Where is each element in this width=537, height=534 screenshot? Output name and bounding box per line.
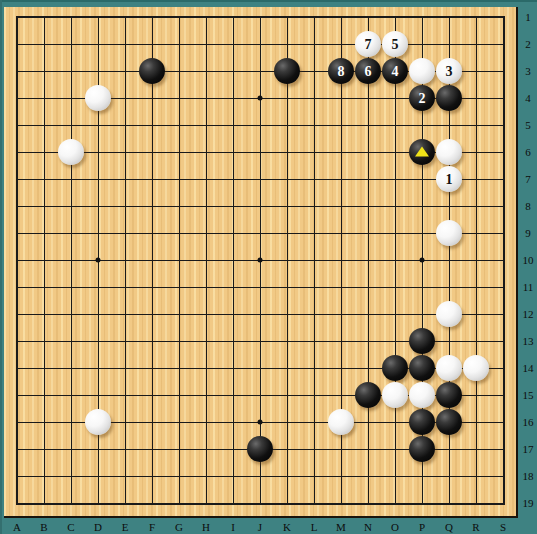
intersection-I16[interactable] [220,409,247,436]
intersection-B14[interactable] [31,355,58,382]
intersection-B16[interactable] [31,409,58,436]
intersection-D9[interactable] [85,220,112,247]
intersection-M5[interactable] [328,112,355,139]
intersection-H4[interactable] [193,85,220,112]
intersection-C7[interactable] [58,166,85,193]
intersection-B1[interactable] [31,4,58,31]
intersection-Q17[interactable] [436,436,463,463]
intersection-M19[interactable] [328,490,355,517]
intersection-N19[interactable] [355,490,382,517]
intersection-A13[interactable] [4,328,31,355]
intersection-E17[interactable] [112,436,139,463]
intersection-L2[interactable] [301,31,328,58]
intersection-O19[interactable] [382,490,409,517]
intersection-R2[interactable] [463,31,490,58]
intersection-D15[interactable] [85,382,112,409]
intersection-M2[interactable] [328,31,355,58]
intersection-J15[interactable] [247,382,274,409]
intersection-L18[interactable] [301,463,328,490]
intersection-E12[interactable] [112,301,139,328]
intersection-L16[interactable] [301,409,328,436]
intersection-G6[interactable] [166,139,193,166]
intersection-K6[interactable] [274,139,301,166]
intersection-R19[interactable] [463,490,490,517]
intersection-H19[interactable] [193,490,220,517]
intersection-P1[interactable] [409,4,436,31]
intersection-A7[interactable] [4,166,31,193]
intersection-M18[interactable] [328,463,355,490]
intersection-R3[interactable] [463,58,490,85]
intersection-G9[interactable] [166,220,193,247]
intersection-E1[interactable] [112,4,139,31]
intersection-I10[interactable] [220,247,247,274]
intersection-K5[interactable] [274,112,301,139]
intersection-S16[interactable] [490,409,517,436]
intersection-L11[interactable] [301,274,328,301]
intersection-L10[interactable] [301,247,328,274]
intersection-R12[interactable] [463,301,490,328]
intersection-G18[interactable] [166,463,193,490]
intersection-O16[interactable] [382,409,409,436]
intersection-O12[interactable] [382,301,409,328]
intersection-J6[interactable] [247,139,274,166]
intersection-G10[interactable] [166,247,193,274]
intersection-O18[interactable] [382,463,409,490]
intersection-F4[interactable] [139,85,166,112]
intersection-I7[interactable] [220,166,247,193]
intersection-C16[interactable] [58,409,85,436]
intersection-A10[interactable] [4,247,31,274]
intersection-F8[interactable] [139,193,166,220]
intersection-N6[interactable] [355,139,382,166]
intersection-H7[interactable] [193,166,220,193]
intersection-H17[interactable] [193,436,220,463]
intersection-R16[interactable] [463,409,490,436]
intersection-P5[interactable] [409,112,436,139]
intersection-J16[interactable] [247,409,274,436]
intersection-D12[interactable] [85,301,112,328]
intersection-F15[interactable] [139,382,166,409]
intersection-S15[interactable] [490,382,517,409]
intersection-B17[interactable] [31,436,58,463]
intersection-S14[interactable] [490,355,517,382]
intersection-F16[interactable] [139,409,166,436]
intersection-A2[interactable] [4,31,31,58]
intersection-N1[interactable] [355,4,382,31]
intersection-M14[interactable] [328,355,355,382]
intersection-H13[interactable] [193,328,220,355]
intersection-R17[interactable] [463,436,490,463]
intersection-A18[interactable] [4,463,31,490]
intersection-J9[interactable] [247,220,274,247]
intersection-S3[interactable] [490,58,517,85]
intersection-J10[interactable] [247,247,274,274]
intersection-I8[interactable] [220,193,247,220]
intersection-L8[interactable] [301,193,328,220]
intersection-H12[interactable] [193,301,220,328]
intersection-G7[interactable] [166,166,193,193]
intersection-F1[interactable] [139,4,166,31]
intersection-S5[interactable] [490,112,517,139]
intersection-B3[interactable] [31,58,58,85]
intersection-G4[interactable] [166,85,193,112]
intersection-F17[interactable] [139,436,166,463]
intersection-C19[interactable] [58,490,85,517]
intersection-S4[interactable] [490,85,517,112]
intersection-F5[interactable] [139,112,166,139]
intersection-A17[interactable] [4,436,31,463]
intersection-F2[interactable] [139,31,166,58]
intersection-E4[interactable] [112,85,139,112]
intersection-B11[interactable] [31,274,58,301]
intersection-A4[interactable] [4,85,31,112]
intersection-O8[interactable] [382,193,409,220]
intersection-E7[interactable] [112,166,139,193]
intersection-J5[interactable] [247,112,274,139]
intersection-P18[interactable] [409,463,436,490]
intersection-K1[interactable] [274,4,301,31]
intersection-J13[interactable] [247,328,274,355]
intersection-R18[interactable] [463,463,490,490]
intersection-O10[interactable] [382,247,409,274]
intersection-F13[interactable] [139,328,166,355]
intersection-J8[interactable] [247,193,274,220]
intersection-B6[interactable] [31,139,58,166]
intersection-S9[interactable] [490,220,517,247]
intersection-J3[interactable] [247,58,274,85]
intersection-J4[interactable] [247,85,274,112]
intersection-P12[interactable] [409,301,436,328]
intersection-I17[interactable] [220,436,247,463]
intersection-L15[interactable] [301,382,328,409]
intersection-I3[interactable] [220,58,247,85]
intersection-S11[interactable] [490,274,517,301]
intersection-S19[interactable] [490,490,517,517]
intersection-C14[interactable] [58,355,85,382]
intersection-G19[interactable] [166,490,193,517]
intersection-D11[interactable] [85,274,112,301]
intersection-B7[interactable] [31,166,58,193]
intersection-I19[interactable] [220,490,247,517]
intersection-F19[interactable] [139,490,166,517]
intersection-M17[interactable] [328,436,355,463]
intersection-J12[interactable] [247,301,274,328]
intersection-I14[interactable] [220,355,247,382]
intersection-A15[interactable] [4,382,31,409]
intersection-K18[interactable] [274,463,301,490]
intersection-G15[interactable] [166,382,193,409]
intersection-S13[interactable] [490,328,517,355]
intersection-E14[interactable] [112,355,139,382]
intersection-N10[interactable] [355,247,382,274]
go-board[interactable]: 75864321 [4,7,518,518]
intersection-L4[interactable] [301,85,328,112]
intersection-K17[interactable] [274,436,301,463]
intersection-M10[interactable] [328,247,355,274]
intersection-C18[interactable] [58,463,85,490]
intersection-R11[interactable] [463,274,490,301]
intersection-P7[interactable] [409,166,436,193]
intersection-B12[interactable] [31,301,58,328]
intersection-O1[interactable] [382,4,409,31]
intersection-G16[interactable] [166,409,193,436]
intersection-C9[interactable] [58,220,85,247]
intersection-I4[interactable] [220,85,247,112]
intersection-K2[interactable] [274,31,301,58]
intersection-H8[interactable] [193,193,220,220]
intersection-P19[interactable] [409,490,436,517]
intersection-D14[interactable] [85,355,112,382]
intersection-F11[interactable] [139,274,166,301]
intersection-K11[interactable] [274,274,301,301]
intersection-B10[interactable] [31,247,58,274]
intersection-C5[interactable] [58,112,85,139]
intersection-H2[interactable] [193,31,220,58]
intersection-L17[interactable] [301,436,328,463]
intersection-K19[interactable] [274,490,301,517]
intersection-K12[interactable] [274,301,301,328]
intersection-C3[interactable] [58,58,85,85]
intersection-K10[interactable] [274,247,301,274]
intersection-A9[interactable] [4,220,31,247]
intersection-I12[interactable] [220,301,247,328]
intersection-M8[interactable] [328,193,355,220]
intersection-M15[interactable] [328,382,355,409]
intersection-R1[interactable] [463,4,490,31]
intersection-S17[interactable] [490,436,517,463]
intersection-C12[interactable] [58,301,85,328]
intersection-E5[interactable] [112,112,139,139]
intersection-P8[interactable] [409,193,436,220]
intersection-S6[interactable] [490,139,517,166]
intersection-I2[interactable] [220,31,247,58]
intersection-E10[interactable] [112,247,139,274]
intersection-I5[interactable] [220,112,247,139]
intersection-E13[interactable] [112,328,139,355]
intersection-L5[interactable] [301,112,328,139]
intersection-D3[interactable] [85,58,112,85]
intersection-I9[interactable] [220,220,247,247]
intersection-F9[interactable] [139,220,166,247]
intersection-A5[interactable] [4,112,31,139]
intersection-D5[interactable] [85,112,112,139]
intersection-J14[interactable] [247,355,274,382]
intersection-R4[interactable] [463,85,490,112]
intersection-C8[interactable] [58,193,85,220]
intersection-B9[interactable] [31,220,58,247]
intersection-J19[interactable] [247,490,274,517]
intersection-H11[interactable] [193,274,220,301]
intersection-K14[interactable] [274,355,301,382]
intersection-S7[interactable] [490,166,517,193]
intersection-Q2[interactable] [436,31,463,58]
intersection-F6[interactable] [139,139,166,166]
intersection-K15[interactable] [274,382,301,409]
intersection-I11[interactable] [220,274,247,301]
intersection-E11[interactable] [112,274,139,301]
intersection-G13[interactable] [166,328,193,355]
intersection-F14[interactable] [139,355,166,382]
intersection-S10[interactable] [490,247,517,274]
intersection-N18[interactable] [355,463,382,490]
intersection-Q8[interactable] [436,193,463,220]
intersection-O9[interactable] [382,220,409,247]
intersection-J7[interactable] [247,166,274,193]
intersection-G8[interactable] [166,193,193,220]
intersection-N17[interactable] [355,436,382,463]
intersection-D18[interactable] [85,463,112,490]
intersection-Q19[interactable] [436,490,463,517]
intersection-C10[interactable] [58,247,85,274]
intersection-O11[interactable] [382,274,409,301]
intersection-K16[interactable] [274,409,301,436]
intersection-R9[interactable] [463,220,490,247]
intersection-H18[interactable] [193,463,220,490]
intersection-O13[interactable] [382,328,409,355]
intersection-Q18[interactable] [436,463,463,490]
intersection-M9[interactable] [328,220,355,247]
intersection-D6[interactable] [85,139,112,166]
intersection-N5[interactable] [355,112,382,139]
intersection-A6[interactable] [4,139,31,166]
intersection-R5[interactable] [463,112,490,139]
intersection-A1[interactable] [4,4,31,31]
intersection-D19[interactable] [85,490,112,517]
intersection-L14[interactable] [301,355,328,382]
intersection-E6[interactable] [112,139,139,166]
intersection-H16[interactable] [193,409,220,436]
intersection-G14[interactable] [166,355,193,382]
intersection-J11[interactable] [247,274,274,301]
intersection-S2[interactable] [490,31,517,58]
intersection-F18[interactable] [139,463,166,490]
intersection-N7[interactable] [355,166,382,193]
intersection-R8[interactable] [463,193,490,220]
intersection-O17[interactable] [382,436,409,463]
intersection-B4[interactable] [31,85,58,112]
intersection-D8[interactable] [85,193,112,220]
intersection-D17[interactable] [85,436,112,463]
intersection-N13[interactable] [355,328,382,355]
intersection-L19[interactable] [301,490,328,517]
intersection-O5[interactable] [382,112,409,139]
intersection-A14[interactable] [4,355,31,382]
intersection-A19[interactable] [4,490,31,517]
intersection-J2[interactable] [247,31,274,58]
intersection-H5[interactable] [193,112,220,139]
intersection-A16[interactable] [4,409,31,436]
intersection-K4[interactable] [274,85,301,112]
intersection-D13[interactable] [85,328,112,355]
intersection-H6[interactable] [193,139,220,166]
intersection-E18[interactable] [112,463,139,490]
intersection-H10[interactable] [193,247,220,274]
intersection-F10[interactable] [139,247,166,274]
intersection-C4[interactable] [58,85,85,112]
intersection-M13[interactable] [328,328,355,355]
intersection-N12[interactable] [355,301,382,328]
intersection-A3[interactable] [4,58,31,85]
intersection-S12[interactable] [490,301,517,328]
intersection-N9[interactable] [355,220,382,247]
intersection-I13[interactable] [220,328,247,355]
intersection-R13[interactable] [463,328,490,355]
intersection-N14[interactable] [355,355,382,382]
intersection-E3[interactable] [112,58,139,85]
intersection-K13[interactable] [274,328,301,355]
intersection-M6[interactable] [328,139,355,166]
intersection-S8[interactable] [490,193,517,220]
intersection-L6[interactable] [301,139,328,166]
intersection-C11[interactable] [58,274,85,301]
intersection-K8[interactable] [274,193,301,220]
intersection-E15[interactable] [112,382,139,409]
intersection-D2[interactable] [85,31,112,58]
intersection-M4[interactable] [328,85,355,112]
intersection-O4[interactable] [382,85,409,112]
intersection-M11[interactable] [328,274,355,301]
intersection-Q5[interactable] [436,112,463,139]
intersection-B5[interactable] [31,112,58,139]
intersection-S1[interactable] [490,4,517,31]
intersection-I15[interactable] [220,382,247,409]
intersection-N8[interactable] [355,193,382,220]
intersection-L13[interactable] [301,328,328,355]
intersection-F12[interactable] [139,301,166,328]
intersection-G11[interactable] [166,274,193,301]
intersection-R10[interactable] [463,247,490,274]
intersection-O6[interactable] [382,139,409,166]
intersection-P10[interactable] [409,247,436,274]
intersection-G5[interactable] [166,112,193,139]
intersection-L9[interactable] [301,220,328,247]
intersection-I1[interactable] [220,4,247,31]
intersection-B8[interactable] [31,193,58,220]
intersection-E16[interactable] [112,409,139,436]
intersection-L7[interactable] [301,166,328,193]
intersection-C2[interactable] [58,31,85,58]
intersection-J1[interactable] [247,4,274,31]
intersection-N11[interactable] [355,274,382,301]
intersection-M1[interactable] [328,4,355,31]
intersection-I6[interactable] [220,139,247,166]
intersection-G12[interactable] [166,301,193,328]
intersection-H14[interactable] [193,355,220,382]
intersection-G3[interactable] [166,58,193,85]
intersection-Q1[interactable] [436,4,463,31]
intersection-O7[interactable] [382,166,409,193]
intersection-B18[interactable] [31,463,58,490]
intersection-N16[interactable] [355,409,382,436]
intersection-H1[interactable] [193,4,220,31]
intersection-A8[interactable] [4,193,31,220]
intersection-E2[interactable] [112,31,139,58]
intersection-H9[interactable] [193,220,220,247]
intersection-C13[interactable] [58,328,85,355]
intersection-Q10[interactable] [436,247,463,274]
intersection-A12[interactable] [4,301,31,328]
intersection-D7[interactable] [85,166,112,193]
intersection-B2[interactable] [31,31,58,58]
intersection-F7[interactable] [139,166,166,193]
intersection-A11[interactable] [4,274,31,301]
intersection-D1[interactable] [85,4,112,31]
intersection-M7[interactable] [328,166,355,193]
intersection-M12[interactable] [328,301,355,328]
intersection-S18[interactable] [490,463,517,490]
intersection-E8[interactable] [112,193,139,220]
intersection-J18[interactable] [247,463,274,490]
